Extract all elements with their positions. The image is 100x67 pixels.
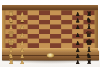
piece-cell [39, 30, 50, 38]
piece-cell [39, 59, 50, 65]
piece-cell: ♜ [83, 59, 94, 65]
piece-cell: ♟ [17, 23, 28, 30]
piece-cell [61, 30, 72, 38]
piece-cell [50, 59, 61, 65]
black-pawn[interactable]: ♟ [75, 60, 80, 65]
piece-cell [28, 23, 39, 30]
piece-cell [39, 23, 50, 30]
piece-cell [39, 45, 50, 52]
piece-cell [50, 30, 61, 38]
piece-cell [28, 37, 39, 45]
piece-cell: ♟ [17, 37, 28, 45]
piece-cell: ♟ [17, 45, 28, 52]
piece-cell [50, 37, 61, 45]
black-rook[interactable]: ♜ [86, 59, 92, 65]
piece-cell [61, 45, 72, 52]
piece-cell: ♟ [72, 59, 83, 65]
piece-cell [61, 37, 72, 45]
board-frame-right-edge [95, 11, 99, 49]
piece-cell: ♟ [72, 23, 83, 30]
piece-cell [28, 30, 39, 38]
piece-cell [39, 37, 50, 45]
white-rook[interactable]: ♜ [8, 59, 14, 65]
piece-cell: ♟ [72, 45, 83, 52]
piece-cell [50, 45, 61, 52]
piece-cell [61, 23, 72, 30]
piece-cell [50, 23, 61, 30]
board-pieces-grid: ♜♟♟♜♞♟♟♞♝♟♟♝♛♟♟♛♚♟♟♚♝♟♟♝♞♟♟♞♜♟♟♜ [6, 11, 95, 49]
chess-board: ♜♟♟♜♞♟♟♞♝♟♟♝♛♟♟♛♚♟♟♚♝♟♟♝♞♟♟♞♜♟♟♜ [2, 5, 98, 51]
piece-cell [28, 45, 39, 52]
piece-cell: ♜ [6, 59, 17, 65]
white-pawn[interactable]: ♟ [20, 60, 25, 65]
piece-cell [28, 59, 39, 65]
piece-cell: ♟ [72, 37, 83, 45]
piece-cell: ♟ [17, 30, 28, 38]
chess-set-photo: ♜♟♟♜♞♟♟♞♝♟♟♝♛♟♟♛♚♟♟♚♝♟♟♝♞♟♟♞♜♟♟♜ [0, 0, 100, 67]
piece-cell: ♟ [17, 59, 28, 65]
piece-cell [61, 59, 72, 65]
piece-cell: ♟ [72, 30, 83, 38]
